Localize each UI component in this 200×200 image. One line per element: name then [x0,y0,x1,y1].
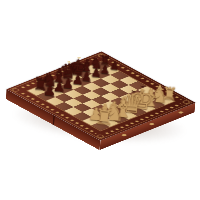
white-rook[interactable]: ♜ [94,106,115,129]
black-pawn[interactable]: ♟ [42,83,56,99]
photo-canvas: ♜♞♝♛♚♝♞♜♟♟♟♟♟♟♟♟♟♟♟♟♟♟♟♟♜♞♝♛♚♝♞♜ [0,0,200,200]
fold-seam-edge [53,115,55,125]
finial-icon [67,60,70,63]
finial-icon [132,90,135,93]
finial-icon [77,56,80,59]
finial-icon [141,85,144,88]
